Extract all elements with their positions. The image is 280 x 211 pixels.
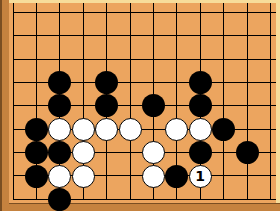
black-stone bbox=[236, 141, 259, 164]
board-highlight-top-edge bbox=[0, 0, 280, 3]
board-shadow-left-edge bbox=[0, 0, 9, 211]
black-stone bbox=[95, 94, 118, 117]
grid-vertical-line bbox=[13, 3, 14, 200]
white-stone bbox=[48, 118, 71, 141]
white-stone bbox=[165, 118, 188, 141]
grid-horizontal-line bbox=[13, 59, 276, 60]
move-number-label: 1 bbox=[195, 169, 205, 183]
black-stone bbox=[189, 141, 212, 164]
black-stone bbox=[25, 141, 48, 164]
board-highlight-right-edge bbox=[276, 0, 280, 203]
black-stone bbox=[142, 94, 165, 117]
white-stone bbox=[72, 141, 95, 164]
black-stone bbox=[25, 118, 48, 141]
white-stone bbox=[142, 141, 165, 164]
white-stone bbox=[95, 118, 118, 141]
black-stone bbox=[48, 141, 71, 164]
white-stone bbox=[119, 118, 142, 141]
black-stone bbox=[25, 165, 48, 188]
black-stone bbox=[189, 71, 212, 94]
grid-vertical-line bbox=[130, 3, 131, 200]
go-board: 1 bbox=[0, 0, 280, 211]
grid-vertical-line bbox=[223, 3, 224, 200]
grid-horizontal-line bbox=[13, 12, 276, 13]
black-stone bbox=[165, 165, 188, 188]
black-stone bbox=[212, 118, 235, 141]
black-stone bbox=[95, 71, 118, 94]
white-stone bbox=[189, 118, 212, 141]
black-stone bbox=[48, 71, 71, 94]
black-stone bbox=[48, 94, 71, 117]
black-stone bbox=[189, 94, 212, 117]
white-stone bbox=[72, 118, 95, 141]
grid-horizontal-line bbox=[13, 35, 276, 36]
white-stone bbox=[48, 165, 71, 188]
white-stone bbox=[72, 165, 95, 188]
white-stone-move-1: 1 bbox=[189, 165, 212, 188]
white-stone bbox=[142, 165, 165, 188]
grid-vertical-line bbox=[270, 3, 271, 200]
grid-vertical-line bbox=[247, 3, 248, 200]
board-shadow-bottom-edge bbox=[0, 203, 280, 211]
